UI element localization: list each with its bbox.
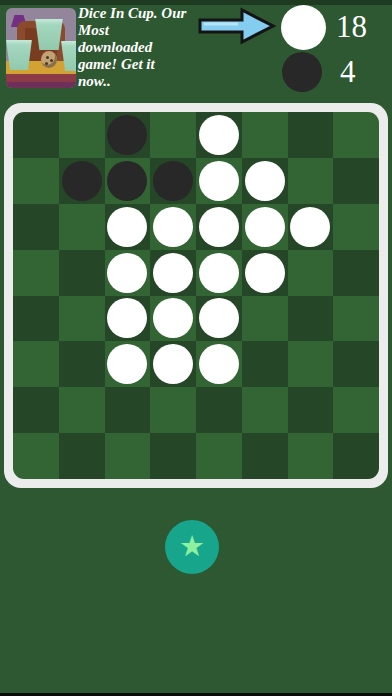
board-cell-c8[interactable] <box>105 433 151 479</box>
floor-strip <box>6 82 76 88</box>
black-score-value: 4 <box>340 55 356 89</box>
white-disc <box>153 298 193 338</box>
white-disc <box>153 344 193 384</box>
turn-arrow-icon <box>198 7 276 45</box>
star-button[interactable]: ★ <box>165 520 219 574</box>
board-cell-c3[interactable] <box>105 204 151 250</box>
white-disc <box>199 115 239 155</box>
board-cell-h7[interactable] <box>333 387 379 433</box>
board-cell-b2[interactable] <box>59 158 105 204</box>
board-cell-b6[interactable] <box>59 341 105 387</box>
board-cell-f7[interactable] <box>242 387 288 433</box>
board-cell-g5[interactable] <box>288 296 334 342</box>
board-cell-a6[interactable] <box>13 341 59 387</box>
dice-in-cup-app-icon[interactable] <box>6 8 76 88</box>
white-disc <box>153 207 193 247</box>
board-cell-h8[interactable] <box>333 433 379 479</box>
board-cell-f6[interactable] <box>242 341 288 387</box>
board-cell-d6[interactable] <box>150 341 196 387</box>
die-icon <box>41 51 57 68</box>
board-cell-b4[interactable] <box>59 250 105 296</box>
board-cell-f4[interactable] <box>242 250 288 296</box>
board-cell-h5[interactable] <box>333 296 379 342</box>
board-cell-h6[interactable] <box>333 341 379 387</box>
white-disc <box>107 344 147 384</box>
board-cell-c4[interactable] <box>105 250 151 296</box>
board-cell-f1[interactable] <box>242 112 288 158</box>
board-cell-h2[interactable] <box>333 158 379 204</box>
white-score-value: 18 <box>336 10 367 44</box>
ad-banner[interactable]: Dice In Cup. Our Most downloaded game! G… <box>0 0 392 96</box>
board-cell-a7[interactable] <box>13 387 59 433</box>
board-cell-e2[interactable] <box>196 158 242 204</box>
board-cell-c2[interactable] <box>105 158 151 204</box>
board-cell-c6[interactable] <box>105 341 151 387</box>
board-cell-e4[interactable] <box>196 250 242 296</box>
board-cell-b8[interactable] <box>59 433 105 479</box>
board-cell-b3[interactable] <box>59 204 105 250</box>
board-cell-g7[interactable] <box>288 387 334 433</box>
board-cell-a8[interactable] <box>13 433 59 479</box>
board-cell-d1[interactable] <box>150 112 196 158</box>
white-disc <box>199 253 239 293</box>
ad-text[interactable]: Dice In Cup. Our Most downloaded game! G… <box>78 5 204 90</box>
board-cell-b5[interactable] <box>59 296 105 342</box>
white-disc <box>199 298 239 338</box>
black-disc <box>153 161 193 201</box>
board-cell-d5[interactable] <box>150 296 196 342</box>
board-cell-e5[interactable] <box>196 296 242 342</box>
board-grid <box>13 112 379 479</box>
board-cell-a4[interactable] <box>13 250 59 296</box>
board-cell-e1[interactable] <box>196 112 242 158</box>
white-disc <box>107 298 147 338</box>
board-frame <box>4 103 388 488</box>
board-cell-h3[interactable] <box>333 204 379 250</box>
board-cell-e7[interactable] <box>196 387 242 433</box>
board-cell-d4[interactable] <box>150 250 196 296</box>
white-disc <box>290 207 330 247</box>
white-disc <box>107 207 147 247</box>
black-disc <box>62 161 102 201</box>
white-disc <box>245 253 285 293</box>
board-cell-b7[interactable] <box>59 387 105 433</box>
board-cell-h1[interactable] <box>333 112 379 158</box>
board-cell-g3[interactable] <box>288 204 334 250</box>
board-cell-c7[interactable] <box>105 387 151 433</box>
board-cell-g8[interactable] <box>288 433 334 479</box>
board-cell-g1[interactable] <box>288 112 334 158</box>
white-disc <box>245 161 285 201</box>
board-cell-e8[interactable] <box>196 433 242 479</box>
board-cell-a5[interactable] <box>13 296 59 342</box>
board-cell-a2[interactable] <box>13 158 59 204</box>
board-cell-h4[interactable] <box>333 250 379 296</box>
board-cell-e6[interactable] <box>196 341 242 387</box>
white-disc <box>199 207 239 247</box>
white-disc <box>245 207 285 247</box>
board-cell-b1[interactable] <box>59 112 105 158</box>
board-cell-f5[interactable] <box>242 296 288 342</box>
board-cell-f3[interactable] <box>242 204 288 250</box>
white-disc <box>153 253 193 293</box>
board-cell-c5[interactable] <box>105 296 151 342</box>
black-disc <box>107 161 147 201</box>
white-disc <box>199 161 239 201</box>
board-cell-d2[interactable] <box>150 158 196 204</box>
board-cell-c1[interactable] <box>105 112 151 158</box>
board-cell-f8[interactable] <box>242 433 288 479</box>
board-cell-d8[interactable] <box>150 433 196 479</box>
black-score-disc <box>282 52 322 92</box>
game-screen: Dice In Cup. Our Most downloaded game! G… <box>0 0 392 696</box>
board-cell-f2[interactable] <box>242 158 288 204</box>
board-cell-d7[interactable] <box>150 387 196 433</box>
board-cell-d3[interactable] <box>150 204 196 250</box>
board-cell-g6[interactable] <box>288 341 334 387</box>
board-cell-a3[interactable] <box>13 204 59 250</box>
star-icon: ★ <box>179 532 205 563</box>
board-cell-g4[interactable] <box>288 250 334 296</box>
board-cell-e3[interactable] <box>196 204 242 250</box>
black-disc <box>107 115 147 155</box>
board-cell-g2[interactable] <box>288 158 334 204</box>
couch-base <box>6 74 76 82</box>
white-disc <box>199 344 239 384</box>
board-cell-a1[interactable] <box>13 112 59 158</box>
white-score-disc <box>281 5 326 50</box>
white-disc <box>107 253 147 293</box>
